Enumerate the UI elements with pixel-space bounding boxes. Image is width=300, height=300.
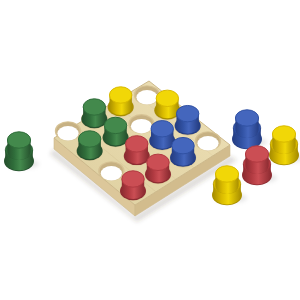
- offboard-stack-yellow-4[interactable]: [212, 166, 242, 205]
- peg-green-r2c0[interactable]: [81, 99, 107, 128]
- cell-r3c0-empty-hole[interactable]: [55, 121, 81, 141]
- cell-r0c3-empty-hole[interactable]: [195, 131, 221, 151]
- peg-blue-r1c3[interactable]: [170, 137, 196, 166]
- cell-r3c2-empty-hole[interactable]: [98, 161, 124, 181]
- peg-yellow-r1c0[interactable]: [108, 87, 134, 116]
- peg-red-r2c3[interactable]: [145, 154, 171, 183]
- offboard-stack-green-2[interactable]: [4, 132, 34, 171]
- peg-board-scene: [0, 0, 300, 300]
- offboard-stack-yellow-1[interactable]: [269, 126, 299, 165]
- peg-green-r2c1[interactable]: [103, 117, 129, 146]
- peg-green-r3c1[interactable]: [77, 131, 103, 160]
- offboard-stack-blue-0[interactable]: [232, 110, 262, 149]
- offboard-stack-red-3[interactable]: [242, 146, 272, 185]
- cell-r1c1-empty-hole[interactable]: [128, 114, 154, 134]
- peg-blue-r0c2[interactable]: [175, 105, 201, 134]
- product-photo: [0, 0, 300, 300]
- peg-red-r3c3[interactable]: [120, 171, 146, 200]
- peg-red-r2c2[interactable]: [124, 136, 150, 165]
